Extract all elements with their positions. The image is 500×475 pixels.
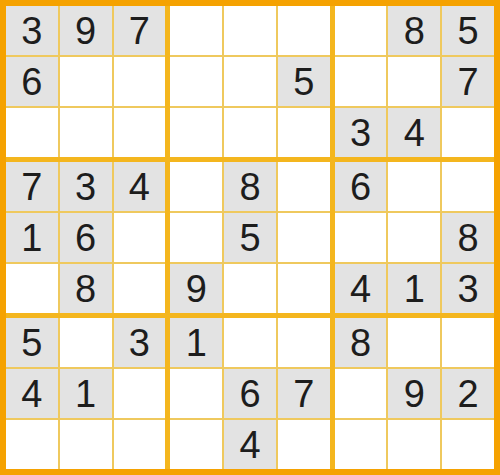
cell-r2c8[interactable] — [388, 57, 440, 106]
cell-r6c1[interactable] — [6, 264, 58, 313]
box-7: 5341 — [6, 318, 165, 469]
cell-r2c5[interactable] — [224, 57, 276, 106]
cell-r4c1: 7 — [6, 162, 58, 211]
cell-r2c2[interactable] — [60, 57, 112, 106]
cell-r3c4[interactable] — [170, 108, 222, 157]
cell-r8c7[interactable] — [335, 369, 387, 418]
cell-r9c1[interactable] — [6, 420, 58, 469]
cell-r2c6: 5 — [278, 57, 330, 106]
cell-r3c7: 3 — [335, 108, 387, 157]
cell-r6c6[interactable] — [278, 264, 330, 313]
cell-r5c7[interactable] — [335, 213, 387, 262]
box-4: 734168 — [6, 162, 165, 313]
cell-r8c5: 6 — [224, 369, 276, 418]
cell-r5c4[interactable] — [170, 213, 222, 262]
box-9: 892 — [335, 318, 494, 469]
cell-r4c3: 4 — [114, 162, 166, 211]
cell-r1c9: 5 — [442, 6, 494, 55]
cell-r1c1: 3 — [6, 6, 58, 55]
cell-r8c3[interactable] — [114, 369, 166, 418]
cell-r9c6[interactable] — [278, 420, 330, 469]
box-2: 5 — [170, 6, 329, 157]
cell-r6c4: 9 — [170, 264, 222, 313]
box-1: 3976 — [6, 6, 165, 157]
cell-r9c4[interactable] — [170, 420, 222, 469]
cell-r1c8: 8 — [388, 6, 440, 55]
cell-r1c7[interactable] — [335, 6, 387, 55]
cell-r3c3[interactable] — [114, 108, 166, 157]
cell-r8c9: 2 — [442, 369, 494, 418]
cell-r2c4[interactable] — [170, 57, 222, 106]
box-5: 859 — [170, 162, 329, 313]
cell-r7c5[interactable] — [224, 318, 276, 367]
cell-r9c9[interactable] — [442, 420, 494, 469]
cell-r3c8: 4 — [388, 108, 440, 157]
cell-r6c5[interactable] — [224, 264, 276, 313]
cell-r3c1[interactable] — [6, 108, 58, 157]
cell-r4c2: 3 — [60, 162, 112, 211]
cell-r7c2[interactable] — [60, 318, 112, 367]
cell-r9c7[interactable] — [335, 420, 387, 469]
cell-r7c1: 5 — [6, 318, 58, 367]
cell-r1c3: 7 — [114, 6, 166, 55]
cell-r4c4[interactable] — [170, 162, 222, 211]
cell-r1c4[interactable] — [170, 6, 222, 55]
cell-r3c6[interactable] — [278, 108, 330, 157]
cell-r9c5: 4 — [224, 420, 276, 469]
cell-r4c9[interactable] — [442, 162, 494, 211]
box-8: 1674 — [170, 318, 329, 469]
cell-r8c1: 4 — [6, 369, 58, 418]
cell-r6c8: 1 — [388, 264, 440, 313]
cell-r7c4: 1 — [170, 318, 222, 367]
box-3: 85734 — [335, 6, 494, 157]
cell-r2c7[interactable] — [335, 57, 387, 106]
cell-r8c4[interactable] — [170, 369, 222, 418]
cell-r6c9: 3 — [442, 264, 494, 313]
box-6: 68413 — [335, 162, 494, 313]
cell-r8c2: 1 — [60, 369, 112, 418]
cell-r2c3[interactable] — [114, 57, 166, 106]
cell-r7c6[interactable] — [278, 318, 330, 367]
cell-r6c2: 8 — [60, 264, 112, 313]
cell-r9c8[interactable] — [388, 420, 440, 469]
cell-r5c5: 5 — [224, 213, 276, 262]
cell-r4c5: 8 — [224, 162, 276, 211]
cell-r5c9: 8 — [442, 213, 494, 262]
cell-r3c5[interactable] — [224, 108, 276, 157]
cell-r2c1: 6 — [6, 57, 58, 106]
cell-r1c6[interactable] — [278, 6, 330, 55]
cell-r6c3[interactable] — [114, 264, 166, 313]
cell-r1c2: 9 — [60, 6, 112, 55]
cell-r2c9: 7 — [442, 57, 494, 106]
cell-r9c2[interactable] — [60, 420, 112, 469]
cell-r4c6[interactable] — [278, 162, 330, 211]
cell-r7c3: 3 — [114, 318, 166, 367]
cell-r5c2: 6 — [60, 213, 112, 262]
cell-r6c7: 4 — [335, 264, 387, 313]
cell-r9c3[interactable] — [114, 420, 166, 469]
cell-r5c6[interactable] — [278, 213, 330, 262]
cell-r8c8: 9 — [388, 369, 440, 418]
sudoku-board: 39765857347341688596841353411674892 — [0, 0, 500, 475]
cell-r4c7: 6 — [335, 162, 387, 211]
cell-r5c1: 1 — [6, 213, 58, 262]
cell-r7c8[interactable] — [388, 318, 440, 367]
cell-r1c5[interactable] — [224, 6, 276, 55]
cell-r3c9[interactable] — [442, 108, 494, 157]
cell-r7c7: 8 — [335, 318, 387, 367]
cell-r7c9[interactable] — [442, 318, 494, 367]
cell-r3c2[interactable] — [60, 108, 112, 157]
cell-r5c3[interactable] — [114, 213, 166, 262]
cell-r4c8[interactable] — [388, 162, 440, 211]
cell-r5c8[interactable] — [388, 213, 440, 262]
cell-r8c6: 7 — [278, 369, 330, 418]
